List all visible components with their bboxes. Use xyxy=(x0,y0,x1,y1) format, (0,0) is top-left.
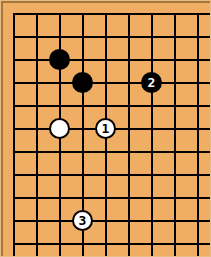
board-frame-top-edge xyxy=(0,1,211,3)
black-stone xyxy=(72,72,93,93)
white-stone-1: 1 xyxy=(95,118,116,139)
board-frame-left-edge xyxy=(1,0,3,257)
go-board-diagram: 213 xyxy=(0,0,211,257)
board-stones: 213 xyxy=(2,2,209,255)
black-stone xyxy=(49,49,70,70)
black-stone-2: 2 xyxy=(141,72,162,93)
white-stone-3: 3 xyxy=(72,210,93,231)
white-stone xyxy=(49,118,70,139)
